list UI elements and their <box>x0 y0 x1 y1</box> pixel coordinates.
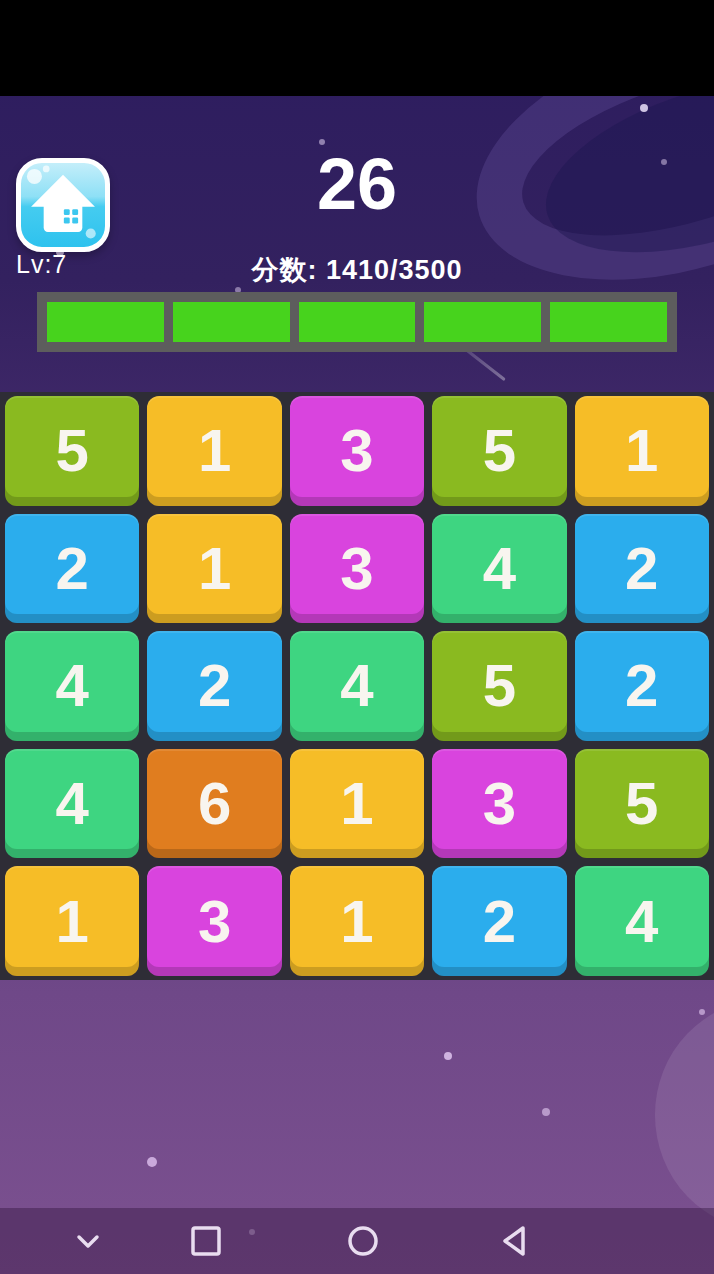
tile[interactable]: 4 <box>5 631 139 741</box>
hide-nav-button[interactable] <box>70 1223 106 1259</box>
tile[interactable]: 5 <box>575 749 709 859</box>
progress-segment <box>424 302 541 342</box>
game-board: 5135121342424524613513124 <box>0 392 714 980</box>
progress-segment <box>550 302 667 342</box>
tile[interactable]: 1 <box>290 749 424 859</box>
tile[interactable]: 2 <box>147 631 281 741</box>
android-nav-bar <box>0 1208 714 1274</box>
tile[interactable]: 1 <box>575 396 709 506</box>
tile[interactable]: 3 <box>147 866 281 976</box>
tile[interactable]: 2 <box>575 514 709 624</box>
chevron-down-icon <box>70 1223 106 1259</box>
level-progress-bar <box>37 292 677 352</box>
tile[interactable]: 1 <box>147 514 281 624</box>
tile[interactable]: 6 <box>147 749 281 859</box>
tile[interactable]: 5 <box>5 396 139 506</box>
tile[interactable]: 1 <box>147 396 281 506</box>
tile[interactable]: 4 <box>290 631 424 741</box>
tile[interactable]: 4 <box>432 514 566 624</box>
home-nav-button[interactable] <box>345 1223 381 1259</box>
moves-counter: 26 <box>0 148 714 220</box>
tile[interactable]: 2 <box>575 631 709 741</box>
progress-segment <box>173 302 290 342</box>
back-button[interactable] <box>497 1223 533 1259</box>
circle-icon <box>345 1223 381 1259</box>
recents-button[interactable] <box>188 1223 224 1259</box>
progress-segment <box>47 302 164 342</box>
tile[interactable]: 5 <box>432 631 566 741</box>
tile[interactable]: 2 <box>432 866 566 976</box>
game-screen: Lv:7 26 分数: 1410/3500 513512134242452461… <box>0 0 714 1274</box>
status-bar-area <box>0 0 714 96</box>
tile[interactable]: 5 <box>432 396 566 506</box>
tile[interactable]: 1 <box>290 866 424 976</box>
tile[interactable]: 2 <box>5 514 139 624</box>
score-label: 分数: 1410/3500 <box>0 252 714 288</box>
moon-decoration <box>655 1000 714 1230</box>
triangle-left-icon <box>497 1223 533 1259</box>
tile[interactable]: 4 <box>5 749 139 859</box>
tile[interactable]: 3 <box>432 749 566 859</box>
tile[interactable]: 4 <box>575 866 709 976</box>
tile[interactable]: 1 <box>5 866 139 976</box>
progress-segment <box>299 302 416 342</box>
tile[interactable]: 3 <box>290 396 424 506</box>
square-icon <box>188 1223 224 1259</box>
tile[interactable]: 3 <box>290 514 424 624</box>
